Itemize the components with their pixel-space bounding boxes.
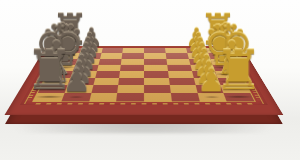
square-e2 [70,71,96,78]
square-g4 [117,85,144,93]
square-h4 [116,93,144,102]
square-e3 [95,71,120,78]
square-h3 [89,93,118,102]
square-h8 [224,93,255,102]
square-f6 [169,78,195,85]
square-f4 [118,78,144,85]
square-h5 [144,93,172,102]
piece-silver-rook-a1: ♜ [51,8,89,51]
square-e5 [144,71,169,78]
square-e7 [192,71,218,78]
square-h7 [197,93,227,102]
square-g3 [91,85,119,93]
square-g2 [64,85,93,93]
square-e4 [119,71,144,78]
square-h6 [171,93,200,102]
board-squares [33,48,254,101]
square-g7 [195,85,224,93]
square-f7 [193,78,220,85]
square-g1 [38,85,68,93]
square-h2 [61,93,91,102]
square-h1 [33,93,64,102]
square-g8 [221,85,251,93]
square-f2 [67,78,94,85]
square-f8 [218,78,246,85]
square-f1 [42,78,70,85]
square-g6 [170,85,198,93]
border-lettering-front [35,103,252,105]
square-e1 [46,71,73,78]
square-e8 [215,71,242,78]
chess-set-photo: ♜♞♝♛♚♝♞♜♟♟♟♟♟♟♟♟♟♟♟♟♟♟♟♟♜♞♝♛♚♝♞♜ [0,0,300,160]
square-f3 [93,78,119,85]
piece-gold-rook-a8: ♜ [199,8,237,51]
square-g5 [144,85,171,93]
chess-board: ♜♞♝♛♚♝♞♜♟♟♟♟♟♟♟♟♟♟♟♟♟♟♟♟♜♞♝♛♚♝♞♜ [20,46,269,105]
board-surface [20,46,269,105]
square-f5 [144,78,170,85]
square-e6 [168,71,193,78]
